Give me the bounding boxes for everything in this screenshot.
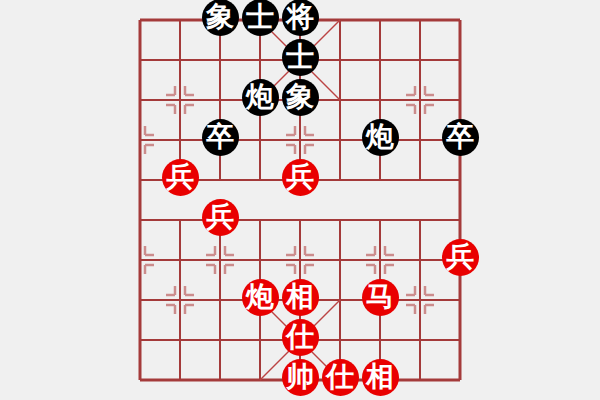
piece-black-elephant[interactable]: 象 xyxy=(202,0,239,36)
xiangqi-board[interactable]: 象士将士炮象卒炮卒兵兵兵兵炮相马仕帅仕相 xyxy=(120,0,480,400)
piece-red-horse[interactable]: 马 xyxy=(362,279,399,316)
piece-black-advisor[interactable]: 士 xyxy=(282,39,319,76)
piece-black-cannon[interactable]: 炮 xyxy=(362,119,399,156)
piece-red-soldier[interactable]: 兵 xyxy=(162,159,199,196)
piece-red-advisor[interactable]: 仕 xyxy=(282,319,319,356)
piece-black-general[interactable]: 将 xyxy=(282,0,319,36)
piece-black-advisor[interactable]: 士 xyxy=(242,0,279,36)
piece-black-soldier[interactable]: 卒 xyxy=(202,119,239,156)
piece-red-advisor[interactable]: 仕 xyxy=(322,359,359,396)
piece-red-elephant[interactable]: 相 xyxy=(282,279,319,316)
piece-red-soldier[interactable]: 兵 xyxy=(282,159,319,196)
piece-black-cannon[interactable]: 炮 xyxy=(242,79,279,116)
piece-black-soldier[interactable]: 卒 xyxy=(442,119,479,156)
piece-red-soldier[interactable]: 兵 xyxy=(442,239,479,276)
xiangqi-board-screen: 象士将士炮象卒炮卒兵兵兵兵炮相马仕帅仕相 xyxy=(0,0,600,400)
piece-red-soldier[interactable]: 兵 xyxy=(202,199,239,236)
piece-red-cannon[interactable]: 炮 xyxy=(242,279,279,316)
piece-black-elephant[interactable]: 象 xyxy=(282,79,319,116)
piece-red-elephant[interactable]: 相 xyxy=(362,359,399,396)
piece-red-general[interactable]: 帅 xyxy=(282,359,319,396)
